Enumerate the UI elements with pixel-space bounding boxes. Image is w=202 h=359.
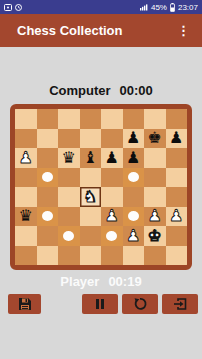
square-a2[interactable] [15, 226, 37, 246]
square-c4[interactable] [58, 187, 80, 207]
battery-percent: 45% [151, 3, 167, 12]
undo-icon [133, 297, 147, 311]
square-e6[interactable]: ♟ [101, 148, 123, 168]
square-d8[interactable] [80, 109, 102, 129]
square-a8[interactable] [15, 109, 37, 129]
square-d5[interactable] [80, 168, 102, 188]
white-pawn: ♟ [19, 150, 33, 166]
square-e2[interactable] [101, 226, 123, 246]
square-a7[interactable] [15, 129, 37, 149]
square-h6[interactable] [166, 148, 188, 168]
overflow-menu-icon[interactable]: ⋮ [174, 22, 193, 39]
square-g6[interactable] [144, 148, 166, 168]
square-h5[interactable] [166, 168, 188, 188]
square-d1[interactable] [80, 246, 102, 266]
square-h8[interactable] [166, 109, 188, 129]
square-g4[interactable] [144, 187, 166, 207]
square-b8[interactable] [37, 109, 59, 129]
status-bar: 45% 23:07 [0, 0, 202, 14]
chess-board[interactable]: ♟♚♟♟♛♝♟♟♞♛♟♟♟♟♚ [10, 104, 192, 270]
square-h1[interactable] [166, 246, 188, 266]
app-title: Chess Collection [17, 23, 122, 38]
battery-icon [170, 3, 175, 12]
bottom-toolbar [0, 294, 202, 314]
move-hint-dot [63, 231, 74, 241]
move-hint-dot [106, 231, 117, 241]
square-c3[interactable] [58, 207, 80, 227]
white-knight: ♞ [83, 189, 97, 205]
square-g7[interactable]: ♚ [144, 129, 166, 149]
square-f4[interactable] [123, 187, 145, 207]
player-clock: Player 00:19 [0, 274, 202, 289]
square-e4[interactable] [101, 187, 123, 207]
square-a3[interactable]: ♛ [15, 207, 37, 227]
pause-button[interactable] [82, 294, 118, 314]
square-a5[interactable] [15, 168, 37, 188]
square-g5[interactable] [144, 168, 166, 188]
square-a1[interactable] [15, 246, 37, 266]
white-pawn: ♟ [148, 208, 162, 224]
square-h2[interactable] [166, 226, 188, 246]
square-b2[interactable] [37, 226, 59, 246]
square-h4[interactable] [166, 187, 188, 207]
square-f2[interactable]: ♟ [123, 226, 145, 246]
square-a6[interactable]: ♟ [15, 148, 37, 168]
exit-icon [173, 297, 187, 311]
move-hint-dot [128, 172, 139, 182]
square-h3[interactable]: ♟ [166, 207, 188, 227]
square-a4[interactable] [15, 187, 37, 207]
black-pawn: ♟ [169, 130, 183, 146]
pause-icon [94, 298, 106, 310]
square-c1[interactable] [58, 246, 80, 266]
square-b5[interactable] [37, 168, 59, 188]
signal-icon [140, 3, 148, 11]
move-hint-dot [128, 211, 139, 221]
square-c2[interactable] [58, 226, 80, 246]
status-time: 23:07 [178, 3, 198, 12]
black-king: ♚ [148, 130, 162, 146]
square-b1[interactable] [37, 246, 59, 266]
square-d7[interactable] [80, 129, 102, 149]
save-button[interactable] [8, 294, 41, 314]
square-e3[interactable]: ♟ [101, 207, 123, 227]
square-f3[interactable] [123, 207, 145, 227]
square-f1[interactable] [123, 246, 145, 266]
app-bar: Chess Collection ⋮ [0, 14, 202, 47]
black-pawn: ♟ [105, 150, 119, 166]
computer-time: 00:00 [120, 83, 153, 98]
square-g3[interactable]: ♟ [144, 207, 166, 227]
white-pawn: ♟ [169, 208, 183, 224]
move-hint-dot [42, 211, 53, 221]
board-grid[interactable]: ♟♚♟♟♛♝♟♟♞♛♟♟♟♟♚ [15, 109, 187, 265]
square-c5[interactable] [58, 168, 80, 188]
square-c6[interactable]: ♛ [58, 148, 80, 168]
square-b6[interactable] [37, 148, 59, 168]
square-g8[interactable] [144, 109, 166, 129]
square-e5[interactable] [101, 168, 123, 188]
white-pawn: ♟ [105, 208, 119, 224]
square-c7[interactable] [58, 129, 80, 149]
screenshot-icon [4, 4, 12, 11]
move-hint-dot [42, 172, 53, 182]
square-b7[interactable] [37, 129, 59, 149]
black-pawn: ♟ [126, 130, 140, 146]
square-d2[interactable] [80, 226, 102, 246]
square-b3[interactable] [37, 207, 59, 227]
computer-clock: Computer 00:00 [0, 83, 202, 98]
square-f5[interactable] [123, 168, 145, 188]
white-pawn: ♟ [126, 228, 140, 244]
black-pawn: ♟ [126, 150, 140, 166]
save-icon [18, 297, 32, 311]
square-e1[interactable] [101, 246, 123, 266]
square-d3[interactable] [80, 207, 102, 227]
square-e7[interactable] [101, 129, 123, 149]
white-king: ♚ [148, 228, 162, 244]
square-c8[interactable] [58, 109, 80, 129]
square-b4[interactable] [37, 187, 59, 207]
clock-icon [15, 4, 22, 11]
square-f6[interactable]: ♟ [123, 148, 145, 168]
square-e8[interactable] [101, 109, 123, 129]
black-queen: ♛ [62, 150, 76, 166]
square-h7[interactable]: ♟ [166, 129, 188, 149]
square-f7[interactable]: ♟ [123, 129, 145, 149]
black-queen: ♛ [19, 208, 33, 224]
square-f8[interactable] [123, 109, 145, 129]
square-d6[interactable]: ♝ [80, 148, 102, 168]
player-label: Player [60, 274, 99, 289]
computer-label: Computer [49, 83, 110, 98]
black-bishop: ♝ [83, 150, 97, 166]
undo-button[interactable] [122, 294, 158, 314]
square-g2[interactable]: ♚ [144, 226, 166, 246]
player-time: 00:19 [108, 274, 141, 289]
exit-button[interactable] [162, 294, 198, 314]
square-g1[interactable] [144, 246, 166, 266]
square-d4[interactable]: ♞ [80, 187, 102, 207]
